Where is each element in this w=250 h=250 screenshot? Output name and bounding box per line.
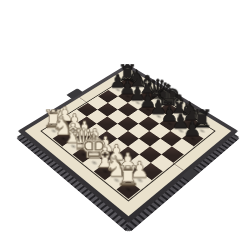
board-surface: ♜♞♝♛♚♝♞♜♟♟♟♟♟♟♟♟♟♟♟♟♟♟♟♟♜♞♝♛♚♝♞♜ xyxy=(25,68,231,216)
product-photo-chess-set: ♜♞♝♛♚♝♞♜♟♟♟♟♟♟♟♟♟♟♟♟♟♟♟♟♜♞♝♛♚♝♞♜ xyxy=(0,0,250,250)
chess-board: ♜♞♝♛♚♝♞♜♟♟♟♟♟♟♟♟♟♟♟♟♟♟♟♟♜♞♝♛♚♝♞♜ xyxy=(18,64,239,223)
board-frame: ♜♞♝♛♚♝♞♜♟♟♟♟♟♟♟♟♟♟♟♟♟♟♟♟♜♞♝♛♚♝♞♜ xyxy=(18,64,239,223)
square-h7: ♟ xyxy=(182,131,204,146)
white-rook: ♜ xyxy=(104,163,152,190)
black-pawn: ♟ xyxy=(171,118,215,138)
square-h1: ♜ xyxy=(116,180,140,199)
scene: ♜♞♝♛♚♝♞♜♟♟♟♟♟♟♟♟♟♟♟♟♟♟♟♟♜♞♝♛♚♝♞♜ xyxy=(0,0,250,250)
